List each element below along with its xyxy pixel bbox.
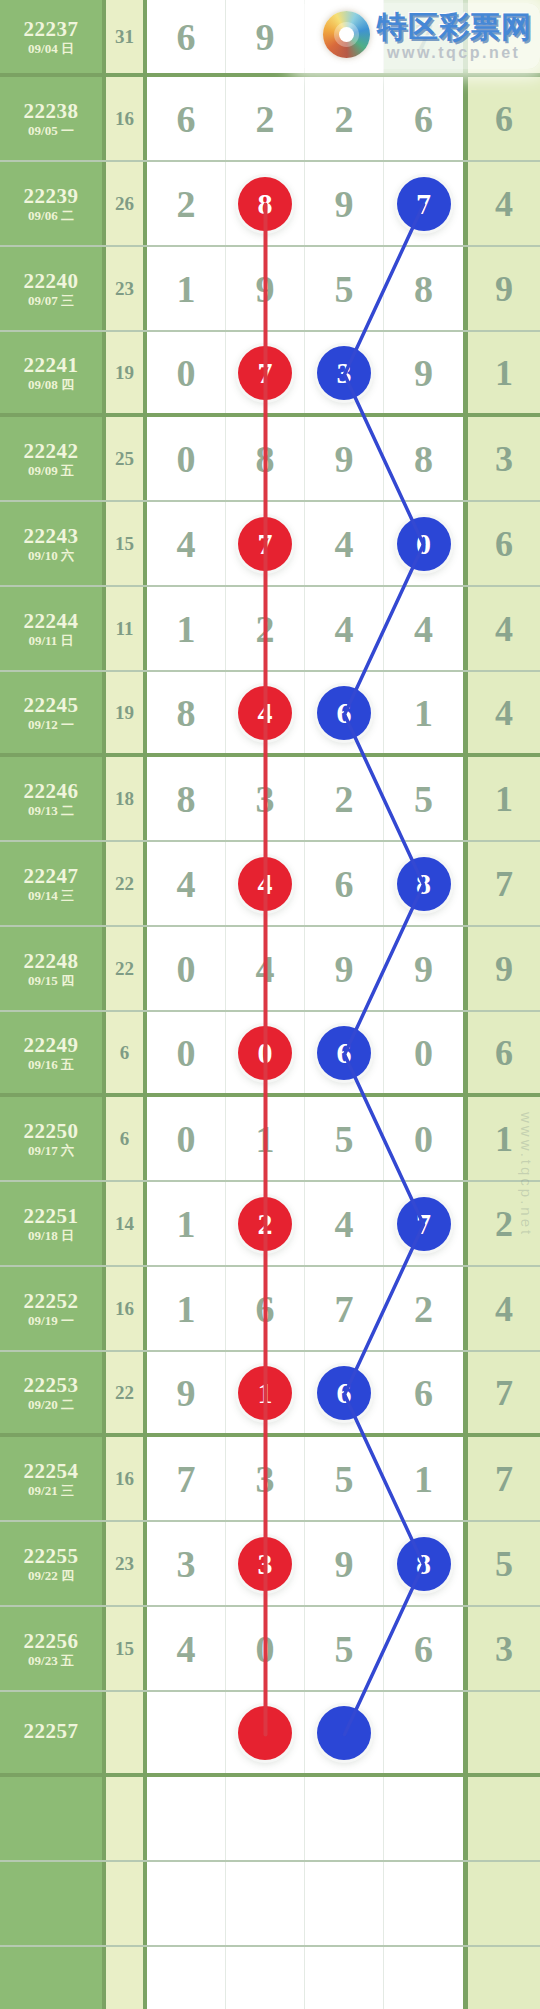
issue-date: 09/21 三 [28, 1484, 74, 1497]
digit-cell: 7 [384, 1182, 468, 1265]
issue-date: 09/06 二 [28, 209, 74, 222]
digit-cell: 6 [147, 0, 226, 73]
extra-digit-cell: 3 [468, 1607, 540, 1690]
issue-cell: 22237 09/04 日 [0, 0, 106, 73]
sum-cell: 25 [106, 417, 147, 500]
red-marker-circle [238, 1706, 292, 1760]
digit-cell: 7 [226, 332, 305, 413]
digit-cell: 2 [384, 1267, 468, 1350]
chart-row: 22247 09/14 三 22 4 4 6 8 7 [0, 842, 540, 927]
red-marker-circle: 3 [238, 1537, 292, 1591]
digit-cell: 4 [226, 672, 305, 753]
lottery-trend-chart: 22237 09/04 日 31 6 9 7 22238 09/05 一 16 … [0, 0, 540, 2009]
extra-digit-cell [468, 1862, 540, 1945]
extra-digit-cell [468, 1777, 540, 1860]
digit-cell: 1 [384, 1437, 468, 1520]
digit-cell: 8 [384, 1522, 468, 1605]
digit-cell: 0 [147, 1012, 226, 1093]
digit-cell: 9 [226, 247, 305, 330]
issue-cell: 22238 09/05 一 [0, 77, 106, 160]
digit-cell: 1 [384, 672, 468, 753]
red-marker-circle: 8 [238, 177, 292, 231]
sum-cell: 23 [106, 1522, 147, 1605]
digit-cell: 6 [305, 842, 384, 925]
red-marker-circle: 4 [238, 857, 292, 911]
issue-date: 09/18 日 [28, 1229, 74, 1242]
sum-cell: 26 [106, 162, 147, 245]
issue-date: 09/20 二 [28, 1398, 74, 1411]
sum-cell: 16 [106, 1437, 147, 1520]
sum-cell: 15 [106, 1607, 147, 1690]
digit-cell: 8 [384, 842, 468, 925]
digit-cell: 2 [305, 757, 384, 840]
digit-cell: 4 [226, 842, 305, 925]
digit-cell: 7 [305, 1267, 384, 1350]
digit-cell: 2 [147, 162, 226, 245]
issue-cell: 22239 09/06 二 [0, 162, 106, 245]
chart-row: 22249 09/16 五 6 0 0 6 0 6 [0, 1012, 540, 1097]
extra-digit-cell: 6 [468, 1012, 540, 1093]
digit-cell: 4 [384, 587, 468, 670]
extra-digit-cell: 7 [468, 842, 540, 925]
issue-number: 22247 [24, 866, 79, 887]
issue-cell: 22255 09/22 四 [0, 1522, 106, 1605]
digit-cell: 5 [305, 1437, 384, 1520]
blue-marker-circle: 3 [317, 346, 371, 400]
digit-cell: 6 [305, 672, 384, 753]
issue-number: 22251 [24, 1206, 79, 1227]
issue-number: 22245 [24, 695, 79, 716]
issue-date: 09/15 四 [28, 974, 74, 987]
issue-number: 22241 [24, 355, 79, 376]
digit-cell: 0 [384, 502, 468, 585]
issue-cell: 22245 09/12 一 [0, 672, 106, 753]
digit-cell: 8 [147, 757, 226, 840]
issue-number: 22240 [24, 271, 79, 292]
digit-cell [384, 1947, 468, 2009]
sum-cell [106, 1777, 147, 1860]
issue-date: 09/14 三 [28, 889, 74, 902]
digit-cell: 5 [384, 757, 468, 840]
digit-cell [147, 1692, 226, 1773]
chart-row: 22253 09/20 二 22 9 1 6 6 7 [0, 1352, 540, 1437]
issue-date: 09/12 一 [28, 718, 74, 731]
issue-cell: 22249 09/16 五 [0, 1012, 106, 1093]
swirl-logo-icon [323, 11, 370, 58]
sum-cell: 15 [106, 502, 147, 585]
issue-number: 22255 [24, 1546, 79, 1567]
sum-cell: 22 [106, 1352, 147, 1433]
issue-date: 09/13 二 [28, 804, 74, 817]
digit-cell: 4 [147, 842, 226, 925]
digit-cell: 0 [147, 927, 226, 1010]
digit-cell [147, 1862, 226, 1945]
sum-cell: 31 [106, 0, 147, 73]
digit-cell: 3 [305, 332, 384, 413]
issue-date: 09/17 六 [28, 1144, 74, 1157]
issue-date: 09/19 一 [28, 1314, 74, 1327]
digit-cell: 9 [305, 1522, 384, 1605]
extra-digit-cell: 4 [468, 587, 540, 670]
chart-row: 22246 09/13 二 18 8 3 2 5 1 [0, 757, 540, 842]
issue-number: 22253 [24, 1375, 79, 1396]
sum-cell: 22 [106, 842, 147, 925]
issue-date: 09/10 六 [28, 549, 74, 562]
digit-cell: 9 [305, 927, 384, 1010]
digit-cell: 6 [384, 77, 468, 160]
blue-marker-circle [317, 1706, 371, 1760]
digit-cell [305, 1947, 384, 2009]
digit-cell [384, 1862, 468, 1945]
issue-number: 22252 [24, 1291, 79, 1312]
issue-number: 22243 [24, 526, 79, 547]
digit-cell: 8 [147, 672, 226, 753]
digit-cell: 8 [384, 247, 468, 330]
red-marker-circle: 4 [238, 686, 292, 740]
issue-number: 22250 [24, 1121, 79, 1142]
issue-cell: 22252 09/19 一 [0, 1267, 106, 1350]
digit-cell: 1 [226, 1097, 305, 1180]
extra-digit-cell: 1 [468, 332, 540, 413]
vertical-watermark: www.tqcp.net [518, 1112, 535, 1237]
extra-digit-cell: 4 [468, 162, 540, 245]
digit-cell [147, 1777, 226, 1860]
digit-cell: 5 [305, 1097, 384, 1180]
digit-cell: 0 [384, 1012, 468, 1093]
chart-row [0, 1777, 540, 1862]
digit-cell: 6 [305, 1012, 384, 1093]
digit-cell [226, 1692, 305, 1773]
issue-date: 09/07 三 [28, 294, 74, 307]
digit-cell: 4 [305, 587, 384, 670]
chart-row: 22243 09/10 六 15 4 7 4 0 6 [0, 502, 540, 587]
issue-cell: 22256 09/23 五 [0, 1607, 106, 1690]
digit-cell: 9 [384, 927, 468, 1010]
digit-cell: 0 [226, 1607, 305, 1690]
extra-digit-cell [468, 1947, 540, 2009]
issue-number: 22238 [24, 101, 79, 122]
digit-cell [226, 1947, 305, 2009]
issue-date: 09/23 五 [28, 1654, 74, 1667]
digit-cell: 2 [226, 77, 305, 160]
digit-cell: 0 [384, 1097, 468, 1180]
chart-row: 22242 09/09 五 25 0 8 9 8 3 [0, 417, 540, 502]
digit-cell: 4 [226, 927, 305, 1010]
issue-number: 22249 [24, 1035, 79, 1056]
sum-cell: 18 [106, 757, 147, 840]
digit-cell: 9 [305, 162, 384, 245]
chart-row: 22252 09/19 一 16 1 6 7 2 4 [0, 1267, 540, 1352]
digit-cell: 9 [305, 417, 384, 500]
sum-cell [106, 1862, 147, 1945]
digit-cell: 3 [226, 1522, 305, 1605]
digit-cell: 8 [226, 162, 305, 245]
red-marker-circle: 7 [238, 517, 292, 571]
digit-cell: 4 [147, 502, 226, 585]
extra-digit-cell: 7 [468, 1437, 540, 1520]
digit-cell: 1 [226, 1352, 305, 1433]
digit-cell [305, 1692, 384, 1773]
sum-cell: 6 [106, 1097, 147, 1180]
digit-cell: 6 [147, 77, 226, 160]
chart-rows: 22237 09/04 日 31 6 9 7 22238 09/05 一 16 … [0, 0, 540, 2009]
digit-cell: 5 [305, 1607, 384, 1690]
red-marker-circle: 1 [238, 1366, 292, 1420]
chart-row: 22251 09/18 日 14 1 2 4 7 2 [0, 1182, 540, 1267]
sum-cell: 23 [106, 247, 147, 330]
chart-row: 22257 [0, 1692, 540, 1777]
digit-cell: 8 [226, 417, 305, 500]
digit-cell: 0 [147, 332, 226, 413]
digit-cell: 1 [147, 247, 226, 330]
digit-cell: 8 [384, 417, 468, 500]
digit-cell: 1 [147, 1267, 226, 1350]
digit-cell: 2 [305, 77, 384, 160]
chart-row: 22245 09/12 一 19 8 4 6 1 4 [0, 672, 540, 757]
digit-cell [147, 1947, 226, 2009]
red-marker-circle: 2 [238, 1197, 292, 1251]
digit-cell [384, 1692, 468, 1773]
digit-cell: 7 [147, 1437, 226, 1520]
issue-date: 09/08 四 [28, 378, 74, 391]
issue-cell: 22241 09/08 四 [0, 332, 106, 413]
digit-cell: 6 [305, 1352, 384, 1433]
digit-cell: 2 [226, 587, 305, 670]
issue-cell: 22251 09/18 日 [0, 1182, 106, 1265]
sum-cell: 14 [106, 1182, 147, 1265]
chart-row: 22250 09/17 六 6 0 1 5 0 1 [0, 1097, 540, 1182]
sum-cell: 22 [106, 927, 147, 1010]
chart-row: 22239 09/06 二 26 2 8 9 7 4 [0, 162, 540, 247]
extra-digit-cell [468, 1692, 540, 1773]
digit-cell: 0 [147, 1097, 226, 1180]
extra-digit-cell: 4 [468, 672, 540, 753]
issue-number: 22239 [24, 186, 79, 207]
issue-number: 22244 [24, 611, 79, 632]
blue-marker-circle: 7 [397, 1197, 451, 1251]
chart-row: 22240 09/07 三 23 1 9 5 8 9 [0, 247, 540, 332]
digit-cell: 9 [226, 0, 305, 73]
digit-cell [384, 1777, 468, 1860]
issue-cell: 22248 09/15 四 [0, 927, 106, 1010]
chart-row [0, 1862, 540, 1947]
digit-cell: 3 [226, 1437, 305, 1520]
digit-cell: 9 [384, 332, 468, 413]
red-marker-circle: 7 [238, 346, 292, 400]
issue-cell: 22250 09/17 六 [0, 1097, 106, 1180]
issue-cell: 22243 09/10 六 [0, 502, 106, 585]
digit-cell: 4 [147, 1607, 226, 1690]
sum-cell: 19 [106, 332, 147, 413]
issue-number: 22254 [24, 1461, 79, 1482]
extra-digit-cell: 1 [468, 757, 540, 840]
issue-cell: 22240 09/07 三 [0, 247, 106, 330]
extra-digit-cell: 3 [468, 417, 540, 500]
issue-number: 22237 [24, 19, 79, 40]
sum-cell [106, 1692, 147, 1773]
chart-row: 22248 09/15 四 22 0 4 9 9 9 [0, 927, 540, 1012]
issue-cell: 22242 09/09 五 [0, 417, 106, 500]
blue-marker-circle: 8 [397, 1537, 451, 1591]
issue-cell: 22247 09/14 三 [0, 842, 106, 925]
chart-row: 22238 09/05 一 16 6 2 2 6 6 [0, 77, 540, 162]
site-url: www.tqcp.net [387, 44, 520, 62]
digit-cell [226, 1862, 305, 1945]
extra-digit-cell: 9 [468, 247, 540, 330]
issue-number: 22242 [24, 441, 79, 462]
blue-marker-circle: 7 [397, 177, 451, 231]
digit-cell: 6 [384, 1352, 468, 1433]
digit-cell: 3 [147, 1522, 226, 1605]
issue-cell [0, 1947, 106, 2009]
chart-row: 22244 09/11 日 11 1 2 4 4 4 [0, 587, 540, 672]
digit-cell: 6 [384, 1607, 468, 1690]
issue-number: 22248 [24, 951, 79, 972]
sum-cell: 19 [106, 672, 147, 753]
blue-marker-circle: 0 [397, 517, 451, 571]
digit-cell: 0 [147, 417, 226, 500]
digit-cell: 9 [147, 1352, 226, 1433]
issue-number: 22246 [24, 781, 79, 802]
site-logo: 特区彩票网 www.tqcp.net [295, 0, 540, 72]
blue-marker-circle: 6 [317, 1026, 371, 1080]
extra-digit-cell: 9 [468, 927, 540, 1010]
digit-cell [226, 1777, 305, 1860]
site-name: 特区彩票网 [377, 7, 532, 48]
issue-number: 22257 [24, 1721, 79, 1742]
blue-marker-circle: 8 [397, 857, 451, 911]
digit-cell: 6 [226, 1267, 305, 1350]
red-marker-circle: 0 [238, 1026, 292, 1080]
issue-cell: 22254 09/21 三 [0, 1437, 106, 1520]
issue-date: 09/16 五 [28, 1058, 74, 1071]
issue-date: 09/05 一 [28, 124, 74, 137]
blue-marker-circle: 6 [317, 686, 371, 740]
digit-cell: 7 [226, 502, 305, 585]
digit-cell: 1 [147, 587, 226, 670]
chart-row [0, 1947, 540, 2009]
issue-date: 09/09 五 [28, 464, 74, 477]
digit-cell: 4 [305, 502, 384, 585]
issue-cell: 22253 09/20 二 [0, 1352, 106, 1433]
issue-cell: 22257 [0, 1692, 106, 1773]
extra-digit-cell: 4 [468, 1267, 540, 1350]
sum-cell: 11 [106, 587, 147, 670]
digit-cell: 5 [305, 247, 384, 330]
issue-number: 22256 [24, 1631, 79, 1652]
chart-row: 22241 09/08 四 19 0 7 3 9 1 [0, 332, 540, 417]
issue-date: 09/11 日 [28, 634, 73, 647]
sum-cell: 16 [106, 77, 147, 160]
sum-cell: 6 [106, 1012, 147, 1093]
digit-cell [305, 1862, 384, 1945]
chart-row: 22256 09/23 五 15 4 0 5 6 3 [0, 1607, 540, 1692]
digit-cell [305, 1777, 384, 1860]
issue-date: 09/04 日 [28, 42, 74, 55]
digit-cell: 4 [305, 1182, 384, 1265]
issue-cell: 22244 09/11 日 [0, 587, 106, 670]
sum-cell [106, 1947, 147, 2009]
extra-digit-cell: 6 [468, 502, 540, 585]
extra-digit-cell: 5 [468, 1522, 540, 1605]
issue-date: 09/22 四 [28, 1569, 74, 1582]
digit-cell: 0 [226, 1012, 305, 1093]
digit-cell: 3 [226, 757, 305, 840]
digit-cell: 1 [147, 1182, 226, 1265]
digit-cell: 7 [384, 162, 468, 245]
extra-digit-cell: 6 [468, 77, 540, 160]
sum-cell: 16 [106, 1267, 147, 1350]
issue-cell: 22246 09/13 二 [0, 757, 106, 840]
chart-row: 22255 09/22 四 23 3 3 9 8 5 [0, 1522, 540, 1607]
blue-marker-circle: 6 [317, 1366, 371, 1420]
chart-row: 22254 09/21 三 16 7 3 5 1 7 [0, 1437, 540, 1522]
issue-cell [0, 1777, 106, 1860]
extra-digit-cell: 7 [468, 1352, 540, 1433]
issue-cell [0, 1862, 106, 1945]
digit-cell: 2 [226, 1182, 305, 1265]
